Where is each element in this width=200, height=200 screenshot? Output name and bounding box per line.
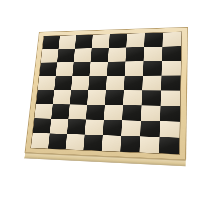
board-square-dark (86, 105, 105, 120)
board-square-light (125, 61, 144, 76)
checkerboard (24, 27, 188, 166)
board-square-dark (33, 118, 51, 133)
board-square-dark (91, 48, 109, 62)
board-square-dark (122, 105, 141, 121)
board-square-dark (42, 36, 59, 50)
board-frame (25, 27, 188, 160)
board-square-light (92, 34, 110, 48)
board-square-dark (83, 135, 102, 151)
board-square-light (104, 105, 123, 120)
board-square-light (160, 121, 180, 137)
board-square-dark (51, 104, 69, 119)
board-square-light (102, 135, 122, 151)
board-square-dark (109, 34, 127, 48)
board-grid (30, 31, 182, 154)
board-square-dark (120, 136, 140, 153)
board-square-light (58, 35, 76, 49)
board-square-light (142, 76, 161, 91)
board-square-light (38, 76, 56, 90)
board-square-light (68, 104, 87, 119)
board-square-dark (57, 49, 75, 63)
board-square-light (161, 90, 181, 105)
board-square-dark (67, 119, 86, 135)
board-square-light (123, 90, 142, 105)
board-square-dark (107, 61, 126, 75)
board-square-light (87, 90, 106, 105)
board-square-dark (161, 75, 181, 90)
board-square-dark (88, 76, 107, 90)
board-square-dark (144, 33, 163, 47)
board-square-light (162, 32, 181, 47)
product-photo (0, 0, 200, 200)
board-square-dark (162, 46, 181, 61)
board-square-light (34, 104, 52, 119)
board-square-dark (124, 76, 143, 91)
board-square-light (139, 136, 159, 153)
board-square-dark (142, 90, 161, 105)
board-square-dark (140, 121, 160, 137)
board-square-light (89, 62, 107, 76)
board-square-dark (105, 90, 124, 105)
board-square-dark (103, 120, 122, 136)
board-square-dark (125, 47, 144, 61)
board-square-light (126, 33, 145, 47)
board-square-light (50, 119, 69, 134)
board-square-light (56, 62, 74, 76)
board-square-dark (143, 61, 162, 76)
board-square-light (108, 47, 126, 61)
board-square-dark (48, 133, 67, 149)
board-square-dark (39, 62, 57, 76)
board-square-light (141, 105, 161, 121)
board-square-dark (75, 35, 93, 49)
board-square-light (71, 76, 89, 90)
board-square-light (121, 120, 141, 136)
board-square-light (41, 49, 59, 63)
board-square-light (162, 61, 181, 76)
board-square-light (144, 47, 163, 62)
board-square-dark (159, 137, 179, 154)
board-square-dark (36, 90, 54, 104)
board-square-dark (54, 76, 72, 90)
board-square-light (66, 134, 85, 150)
board-square-light (106, 76, 125, 91)
board-square-light (85, 119, 104, 135)
board-square-light (53, 90, 71, 104)
board-square-dark (160, 106, 180, 122)
board-square-light (74, 48, 92, 62)
board-square-light (31, 133, 50, 149)
board-square-dark (70, 90, 89, 105)
board-square-dark (72, 62, 90, 76)
